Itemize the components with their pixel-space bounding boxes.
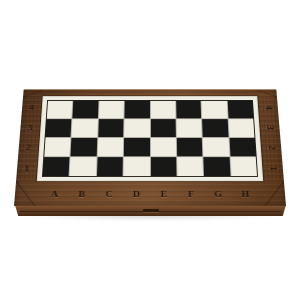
mitre-seam bbox=[263, 181, 286, 206]
file-label-a: A bbox=[51, 189, 59, 199]
square-d2 bbox=[124, 138, 150, 156]
rank-label-right-3: 3 bbox=[265, 125, 276, 129]
square-a1 bbox=[43, 157, 70, 176]
wooden-frame: 4321 4321 ABCDEFGH bbox=[14, 89, 286, 206]
square-c2 bbox=[97, 138, 123, 156]
square-d4 bbox=[125, 101, 150, 119]
board-surface bbox=[37, 96, 264, 181]
rank-label-right-2: 2 bbox=[266, 146, 277, 150]
file-label-f: F bbox=[188, 189, 194, 199]
square-g4 bbox=[202, 101, 228, 119]
square-e2 bbox=[150, 138, 176, 156]
file-label-b: B bbox=[78, 189, 85, 199]
mitre-seam bbox=[14, 181, 37, 206]
square-h2 bbox=[229, 138, 256, 156]
mitre-seam bbox=[257, 90, 277, 97]
file-label-e: E bbox=[160, 189, 167, 199]
square-f1 bbox=[177, 157, 203, 176]
square-e4 bbox=[150, 101, 175, 119]
square-c4 bbox=[99, 101, 124, 119]
rank-label-4: 4 bbox=[29, 103, 34, 112]
file-label-h: H bbox=[241, 189, 249, 199]
square-a3 bbox=[46, 119, 72, 137]
square-b4 bbox=[73, 101, 99, 119]
square-a4 bbox=[47, 101, 73, 119]
file-label-c: C bbox=[105, 189, 112, 199]
square-d3 bbox=[124, 119, 149, 137]
clasp-icon bbox=[143, 209, 159, 212]
rank-label-3: 3 bbox=[27, 123, 32, 132]
file-labels: ABCDEFGH bbox=[40, 182, 260, 206]
square-g3 bbox=[202, 119, 228, 137]
mitre-seam bbox=[23, 90, 43, 97]
checker-grid bbox=[42, 100, 258, 177]
file-label-d: D bbox=[133, 189, 140, 199]
square-f4 bbox=[176, 101, 201, 119]
square-a2 bbox=[44, 138, 71, 156]
rank-label-right-1: 1 bbox=[268, 167, 279, 171]
square-b2 bbox=[71, 138, 97, 156]
square-c3 bbox=[98, 119, 124, 137]
rank-label-right-4: 4 bbox=[263, 105, 274, 109]
square-g2 bbox=[203, 138, 229, 156]
chess-box-top: 4321 4321 ABCDEFGH bbox=[14, 89, 286, 206]
square-e1 bbox=[150, 157, 176, 176]
square-c1 bbox=[97, 157, 123, 176]
box-front-edge bbox=[15, 205, 286, 216]
square-h4 bbox=[227, 101, 253, 119]
square-b3 bbox=[72, 119, 98, 137]
rank-label-1: 1 bbox=[24, 164, 30, 173]
square-e3 bbox=[150, 119, 175, 137]
rank-label-2: 2 bbox=[26, 143, 32, 152]
file-label-g: G bbox=[214, 189, 222, 199]
square-h1 bbox=[230, 157, 257, 176]
square-f3 bbox=[176, 119, 202, 137]
square-f2 bbox=[177, 138, 203, 156]
photo-stage: 4321 4321 ABCDEFGH bbox=[0, 0, 300, 300]
square-b1 bbox=[70, 157, 97, 176]
square-d1 bbox=[124, 157, 150, 176]
square-g1 bbox=[204, 157, 231, 176]
square-h3 bbox=[228, 119, 254, 137]
